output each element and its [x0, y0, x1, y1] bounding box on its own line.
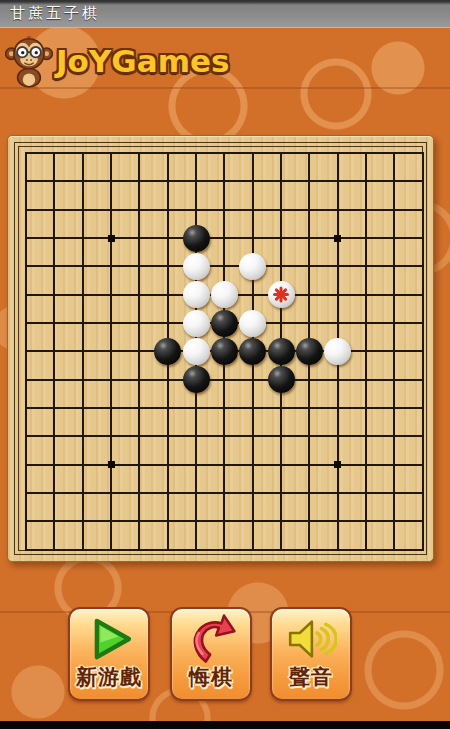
speaker-icon: [285, 613, 337, 665]
button-bar: 新游戲 悔棋 聲音: [0, 607, 450, 701]
grid-line-h: [25, 549, 424, 551]
stone-white: [324, 338, 351, 365]
new-game-label: 新游戲: [76, 666, 142, 687]
bottom-bar: [0, 721, 450, 729]
star-point: [334, 461, 341, 468]
stone-black: [268, 338, 295, 365]
grid-line-h: [25, 379, 424, 381]
grid-line-h: [25, 435, 424, 437]
board-grid[interactable]: [8, 136, 433, 561]
stone-black: [239, 338, 266, 365]
undo-button[interactable]: 悔棋: [170, 607, 252, 701]
grid-line-h: [25, 520, 424, 522]
logo: JoYGames: [5, 33, 229, 89]
stone-black: [211, 338, 238, 365]
grid-line-h: [25, 492, 424, 494]
new-game-button[interactable]: 新游戲: [68, 607, 150, 701]
stone-black: [296, 338, 323, 365]
monkey-icon: [5, 34, 53, 88]
star-point: [108, 235, 115, 242]
stone-white: [183, 253, 210, 280]
game-board[interactable]: [7, 135, 434, 562]
stone-black: [268, 366, 295, 393]
star-point: [108, 461, 115, 468]
sound-label: 聲音: [289, 666, 333, 687]
app-screen: 甘蔗五子棋 JoYGames: [0, 0, 450, 729]
grid-line-h: [25, 464, 424, 466]
stone-black: [211, 310, 238, 337]
grid-line-v: [365, 152, 367, 551]
app-title: 甘蔗五子棋: [0, 4, 100, 23]
undo-label: 悔棋: [189, 666, 233, 687]
undo-arrow-icon: [185, 613, 237, 665]
grid-line-v: [422, 152, 424, 551]
stone-black: [183, 366, 210, 393]
stone-white: [183, 310, 210, 337]
grid-line-h: [25, 407, 424, 409]
stone-black: [183, 225, 210, 252]
sound-button[interactable]: 聲音: [270, 607, 352, 701]
stone-white: [183, 281, 210, 308]
star-point: [334, 235, 341, 242]
stone-white: [183, 338, 210, 365]
stone-white: [211, 281, 238, 308]
title-bar: 甘蔗五子棋: [0, 0, 450, 28]
stone-black: [154, 338, 181, 365]
grid-line-v: [393, 152, 395, 551]
play-icon: [83, 613, 135, 665]
stone-white: [239, 253, 266, 280]
stone-white: [239, 310, 266, 337]
logo-text: JoYGames: [56, 46, 229, 77]
